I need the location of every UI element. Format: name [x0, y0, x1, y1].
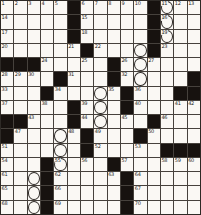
cell-r9c14[interactable]: [174, 115, 186, 128]
cell-r2c10[interactable]: [121, 15, 133, 28]
cell-r10c15[interactable]: [188, 129, 200, 142]
cell-r14c11[interactable]: 67: [134, 186, 146, 199]
cell-r1c4[interactable]: 4: [41, 1, 53, 14]
clue-number-35: 35: [108, 87, 114, 92]
cell-r10c9[interactable]: [108, 129, 120, 142]
cell-r1c2[interactable]: 2: [14, 1, 26, 14]
clue-number-36: 36: [135, 87, 141, 92]
cell-r2c11[interactable]: [134, 15, 146, 28]
cell-r12c7[interactable]: 56: [81, 158, 93, 171]
cell-r3c9[interactable]: [108, 30, 120, 43]
clue-number-7: 7: [95, 1, 98, 6]
clue-number-47: 47: [15, 129, 21, 134]
cell-r12c15[interactable]: 60: [188, 158, 200, 171]
cell-r8c13[interactable]: [161, 101, 173, 114]
clue-number-61: 61: [2, 172, 8, 177]
cell-r3c3[interactable]: [28, 30, 40, 43]
black-square-r3c6: [68, 30, 80, 43]
black-square-r9c2: [14, 115, 26, 128]
black-square-r12c9: [108, 158, 120, 171]
cell-r6c12[interactable]: [148, 72, 160, 85]
cell-r10c5[interactable]: [54, 129, 66, 142]
clue-number-22: 22: [95, 44, 101, 49]
cell-r2c13[interactable]: 16: [161, 15, 173, 28]
cell-r8c15[interactable]: 42: [188, 101, 200, 114]
clue-number-23: 23: [161, 44, 167, 49]
cell-r9c3[interactable]: 43: [28, 115, 40, 128]
clue-number-4: 4: [41, 1, 44, 6]
cell-r8c5[interactable]: [54, 101, 66, 114]
cell-r10c12[interactable]: 50: [148, 129, 160, 142]
cell-r10c13[interactable]: [161, 129, 173, 142]
black-square-r13c4: [41, 172, 53, 185]
clue-number-13: 13: [188, 1, 194, 6]
cell-r3c15[interactable]: [188, 30, 200, 43]
cell-r8c9[interactable]: [108, 101, 120, 114]
clue-number-2: 2: [15, 1, 18, 6]
clue-number-34: 34: [55, 87, 61, 92]
cell-r14c14[interactable]: [174, 186, 186, 199]
black-square-r15c4: [41, 201, 53, 214]
cell-r7c3[interactable]: [28, 87, 40, 100]
clue-number-18: 18: [81, 30, 87, 35]
clue-number-68: 68: [2, 201, 8, 206]
cell-r3c10[interactable]: [121, 30, 133, 43]
cell-r4c15[interactable]: [188, 44, 200, 57]
cell-r7c11[interactable]: 36: [134, 87, 146, 100]
black-square-r5c3: [28, 58, 40, 71]
cell-r7c7[interactable]: [81, 87, 93, 100]
cell-r11c3[interactable]: [28, 144, 40, 157]
cell-r13c12[interactable]: [148, 172, 160, 185]
cell-r2c2[interactable]: [14, 15, 26, 28]
cell-r1c5[interactable]: 5: [54, 1, 66, 14]
cell-r11c4[interactable]: [41, 144, 53, 157]
cell-r7c6[interactable]: [68, 87, 80, 100]
clue-number-14: 14: [2, 15, 8, 20]
cell-r5c15[interactable]: [188, 58, 200, 71]
clue-number-37: 37: [2, 101, 8, 106]
cell-r2c1[interactable]: 14: [1, 15, 13, 28]
clue-number-8: 8: [108, 1, 111, 6]
cell-r6c3[interactable]: 30: [28, 72, 40, 85]
cell-r2c5[interactable]: [54, 15, 66, 28]
circle-marker: [54, 144, 66, 157]
cell-r15c5[interactable]: 69: [54, 201, 66, 214]
clue-number-70: 70: [135, 201, 141, 206]
cell-r15c6[interactable]: [68, 201, 80, 214]
cell-r15c14[interactable]: [174, 201, 186, 214]
cell-r1c11[interactable]: 10: [134, 1, 146, 14]
cell-r14c8[interactable]: [94, 186, 106, 199]
cell-r14c12[interactable]: [148, 186, 160, 199]
circle-marker: [28, 201, 40, 214]
cell-r2c7[interactable]: 15: [81, 15, 93, 28]
clue-number-39: 39: [81, 101, 87, 106]
cell-r5c13[interactable]: [161, 58, 173, 71]
cell-r9c15[interactable]: [188, 115, 200, 128]
cell-r13c9[interactable]: 63: [108, 172, 120, 185]
cell-r8c11[interactable]: 40: [134, 101, 146, 114]
cell-r3c8[interactable]: [94, 30, 106, 43]
black-square-r7c4: [41, 87, 53, 100]
clue-number-15: 15: [81, 15, 87, 20]
cell-r9c8[interactable]: [94, 115, 106, 128]
cell-r5c7[interactable]: 25: [81, 58, 93, 71]
black-square-r14c4: [41, 186, 53, 199]
clue-number-55: 55: [55, 158, 61, 163]
cell-r12c3[interactable]: [28, 158, 40, 171]
cell-r2c3[interactable]: [28, 15, 40, 28]
cell-r2c14[interactable]: [174, 15, 186, 28]
cell-r7c13[interactable]: [161, 87, 173, 100]
black-square-r6c9: [108, 72, 120, 85]
black-square-r9c6: [68, 115, 80, 128]
cell-r14c1[interactable]: 65: [1, 186, 13, 199]
black-square-r2c6: [68, 15, 80, 28]
circle-marker: [94, 87, 106, 100]
clue-number-21: 21: [68, 44, 74, 49]
cell-r5c5[interactable]: [54, 58, 66, 71]
cell-r11c10[interactable]: [121, 144, 133, 157]
cell-r10c2[interactable]: 47: [14, 129, 26, 142]
clue-number-62: 62: [55, 172, 61, 177]
cell-r8c1[interactable]: 37: [1, 101, 13, 114]
cell-r5c8[interactable]: [94, 58, 106, 71]
cell-r9c5[interactable]: [54, 115, 66, 128]
black-square-r11c7: [81, 144, 93, 157]
crossword-board: 1234567891011121314151617181920212223242…: [0, 0, 201, 215]
clue-number-66: 66: [55, 186, 61, 191]
cell-r15c1[interactable]: 68: [1, 201, 13, 214]
cell-r4c1[interactable]: 20: [1, 44, 13, 57]
cell-r12c11[interactable]: [134, 158, 146, 171]
cell-r15c8[interactable]: [94, 201, 106, 214]
cell-r10c14[interactable]: [174, 129, 186, 142]
clue-number-64: 64: [135, 172, 141, 177]
cell-r13c14[interactable]: [174, 172, 186, 185]
cell-r4c9[interactable]: [108, 44, 120, 57]
clue-number-60: 60: [188, 158, 194, 163]
cell-r10c8[interactable]: 49: [94, 129, 106, 142]
black-square-r9c12: [148, 115, 160, 128]
cell-r11c9[interactable]: [108, 144, 120, 157]
cell-r15c13[interactable]: [161, 201, 173, 214]
cell-r3c11[interactable]: [134, 30, 146, 43]
cell-r12c5[interactable]: 55: [54, 158, 66, 171]
cell-r13c1[interactable]: 61: [1, 172, 13, 185]
cell-r12c14[interactable]: 59: [174, 158, 186, 171]
clue-number-27: 27: [148, 58, 154, 63]
circle-marker: [134, 44, 146, 57]
cell-r8c2[interactable]: [14, 101, 26, 114]
clue-number-29: 29: [15, 72, 21, 77]
cell-r12c8[interactable]: [94, 158, 106, 171]
cell-r14c2[interactable]: [14, 186, 26, 199]
black-square-r4c7: [81, 44, 93, 57]
cell-r5c4[interactable]: 24: [41, 58, 53, 71]
cell-r9c13[interactable]: 46: [161, 115, 173, 128]
clue-number-50: 50: [148, 129, 154, 134]
cell-r4c10[interactable]: [121, 44, 133, 57]
cell-r4c6[interactable]: 21: [68, 44, 80, 57]
clue-number-52: 52: [95, 144, 101, 149]
cell-r1c7[interactable]: 6: [81, 1, 93, 14]
cell-r5c14[interactable]: [174, 58, 186, 71]
clue-number-59: 59: [175, 158, 181, 163]
cell-r10c3[interactable]: [28, 129, 40, 142]
black-square-r10c1: [1, 129, 13, 142]
black-square-r12c4: [41, 158, 53, 171]
cell-r11c12[interactable]: [148, 144, 160, 157]
black-square-r7c14: [174, 87, 186, 100]
black-square-r7c15: [188, 87, 200, 100]
cell-r13c11[interactable]: 64: [134, 172, 146, 185]
cell-r5c6[interactable]: [68, 58, 80, 71]
clue-number-28: 28: [2, 72, 8, 77]
cell-r13c15[interactable]: [188, 172, 200, 185]
clue-number-10: 10: [135, 1, 141, 6]
cell-r15c7[interactable]: [81, 201, 93, 214]
clue-number-17: 17: [2, 30, 8, 35]
clue-number-46: 46: [161, 115, 167, 120]
cell-r14c3[interactable]: [28, 186, 40, 199]
cell-r11c11[interactable]: 53: [134, 144, 146, 157]
cell-r4c14[interactable]: [174, 44, 186, 57]
cell-r9c7[interactable]: 44: [81, 115, 93, 128]
cell-r15c15[interactable]: [188, 201, 200, 214]
black-square-r2c12: [148, 15, 160, 28]
circle-marker: [134, 72, 146, 85]
cell-r3c13[interactable]: 19: [161, 30, 173, 43]
cell-r4c3[interactable]: [28, 44, 40, 57]
cell-r6c6[interactable]: 31: [68, 72, 80, 85]
cell-r12c1[interactable]: 54: [1, 158, 13, 171]
clue-number-31: 31: [68, 72, 74, 77]
clue-number-5: 5: [55, 1, 58, 6]
cell-r8c3[interactable]: [28, 101, 40, 114]
cell-r7c12[interactable]: [148, 87, 160, 100]
cell-r9c4[interactable]: [41, 115, 53, 128]
cell-r14c7[interactable]: [81, 186, 93, 199]
cell-r8c7[interactable]: 39: [81, 101, 93, 114]
cell-r3c4[interactable]: [41, 30, 53, 43]
cell-r4c8[interactable]: 22: [94, 44, 106, 57]
cell-r1c9[interactable]: 8: [108, 1, 120, 14]
cell-r1c13[interactable]: 11: [161, 1, 173, 14]
cell-r1c10[interactable]: 9: [121, 1, 133, 14]
black-square-r4c12: [148, 44, 160, 57]
clue-number-32: 32: [121, 72, 127, 77]
cell-r7c9[interactable]: 35: [108, 87, 120, 100]
clue-number-65: 65: [2, 186, 8, 191]
cell-r10c10[interactable]: [121, 129, 133, 142]
cell-r13c2[interactable]: [14, 172, 26, 185]
cell-r15c2[interactable]: [14, 201, 26, 214]
cell-r6c2[interactable]: 29: [14, 72, 26, 85]
cell-r1c3[interactable]: 3: [28, 1, 40, 14]
black-square-r11c15: [188, 144, 200, 157]
cell-r5c11[interactable]: [134, 58, 146, 71]
cell-r14c13[interactable]: [161, 186, 173, 199]
clue-number-1: 1: [2, 1, 5, 6]
cell-r13c7[interactable]: [81, 172, 93, 185]
black-square-r5c2: [14, 58, 26, 71]
black-square-r14c10: [121, 186, 133, 199]
cell-r10c6[interactable]: 48: [68, 129, 80, 142]
cell-r14c15[interactable]: [188, 186, 200, 199]
cell-r6c7[interactable]: [81, 72, 93, 85]
clue-number-41: 41: [175, 101, 181, 106]
clue-number-16: 16: [161, 15, 167, 20]
clue-number-42: 42: [188, 101, 194, 106]
cell-r4c5[interactable]: [54, 44, 66, 57]
cell-r12c6[interactable]: [68, 158, 80, 171]
cell-r13c8[interactable]: [94, 172, 106, 185]
clue-number-11: 11: [161, 1, 167, 6]
clue-number-38: 38: [41, 101, 47, 106]
cell-r4c2[interactable]: [14, 44, 26, 57]
black-square-r13c10: [121, 172, 133, 185]
clue-number-54: 54: [2, 158, 8, 163]
cell-r9c11[interactable]: [134, 115, 146, 128]
black-square-r8c10: [121, 101, 133, 114]
cell-r7c1[interactable]: 33: [1, 87, 13, 100]
circle-marker: [134, 58, 146, 71]
cell-r6c14[interactable]: [174, 72, 186, 85]
black-square-r15c10: [121, 201, 133, 214]
cell-r7c5[interactable]: 34: [54, 87, 66, 100]
cell-r2c9[interactable]: [108, 15, 120, 28]
cell-r6c11[interactable]: [134, 72, 146, 85]
clue-number-6: 6: [81, 1, 84, 6]
cell-r14c6[interactable]: [68, 186, 80, 199]
clue-number-26: 26: [121, 58, 127, 63]
cell-r1c15[interactable]: 13: [188, 1, 200, 14]
cell-r6c4[interactable]: [41, 72, 53, 85]
cell-r6c8[interactable]: [94, 72, 106, 85]
cell-r12c2[interactable]: [14, 158, 26, 171]
cell-r4c11[interactable]: [134, 44, 146, 57]
cell-r4c4[interactable]: [41, 44, 53, 57]
clue-number-40: 40: [135, 101, 141, 106]
cell-r8c4[interactable]: 38: [41, 101, 53, 114]
cell-r5c12[interactable]: 27: [148, 58, 160, 71]
black-square-r9c1: [1, 115, 13, 128]
cell-r2c8[interactable]: [94, 15, 106, 28]
cell-r3c14[interactable]: [174, 30, 186, 43]
circle-marker: [94, 115, 106, 128]
cell-r3c7[interactable]: 18: [81, 30, 93, 43]
clue-number-53: 53: [135, 144, 141, 149]
cell-r12c12[interactable]: [148, 158, 160, 171]
cell-r6c13[interactable]: [161, 72, 173, 85]
clue-number-20: 20: [2, 44, 8, 49]
clue-number-12: 12: [175, 1, 181, 6]
clue-number-44: 44: [81, 115, 87, 120]
cell-r2c4[interactable]: [41, 15, 53, 28]
clue-number-58: 58: [161, 158, 167, 163]
black-square-r8c6: [68, 101, 80, 114]
cell-r7c8[interactable]: [94, 87, 106, 100]
black-square-r7c10: [121, 87, 133, 100]
cell-r11c2[interactable]: [14, 144, 26, 157]
black-square-r5c9: [108, 58, 120, 71]
cell-r14c5[interactable]: 66: [54, 186, 66, 199]
cell-r12c10[interactable]: 57: [121, 158, 133, 171]
clue-number-48: 48: [68, 129, 74, 134]
clue-number-9: 9: [121, 1, 124, 6]
cell-r13c6[interactable]: [68, 172, 80, 185]
clue-number-49: 49: [95, 129, 101, 134]
cell-r8c8[interactable]: [94, 101, 106, 114]
cell-r12c13[interactable]: 58: [161, 158, 173, 171]
clue-number-56: 56: [81, 158, 87, 163]
cell-r7c2[interactable]: [14, 87, 26, 100]
cell-r15c9[interactable]: [108, 201, 120, 214]
black-square-r1c6: [68, 1, 80, 14]
black-square-r11c13: [161, 144, 173, 157]
cell-r15c12[interactable]: [148, 201, 160, 214]
clue-number-63: 63: [108, 172, 114, 177]
cell-r1c14[interactable]: 12: [174, 1, 186, 14]
cell-r11c5[interactable]: [54, 144, 66, 157]
black-square-r3c12: [148, 30, 160, 43]
cell-r3c5[interactable]: [54, 30, 66, 43]
clue-number-19: 19: [161, 30, 167, 35]
clue-number-3: 3: [28, 1, 31, 6]
cell-r10c4[interactable]: [41, 129, 53, 142]
cell-r4c13[interactable]: 23: [161, 44, 173, 57]
cell-r15c11[interactable]: 70: [134, 201, 146, 214]
cell-r14c9[interactable]: [108, 186, 120, 199]
cell-r1c8[interactable]: 7: [94, 1, 106, 14]
clue-number-25: 25: [81, 58, 87, 63]
cell-r15c3[interactable]: [28, 201, 40, 214]
cell-r5c10[interactable]: 26: [121, 58, 133, 71]
black-square-r10c11: [134, 129, 146, 142]
cell-r11c6[interactable]: [68, 144, 80, 157]
cell-r13c13[interactable]: [161, 172, 173, 185]
cell-r11c8[interactable]: 52: [94, 144, 106, 157]
cell-r13c5[interactable]: 62: [54, 172, 66, 185]
cell-r8c12[interactable]: [148, 101, 160, 114]
cell-r2c15[interactable]: [188, 15, 200, 28]
cell-r8c14[interactable]: 41: [174, 101, 186, 114]
cell-r3c1[interactable]: 17: [1, 30, 13, 43]
cell-r6c1[interactable]: 28: [1, 72, 13, 85]
clue-number-43: 43: [28, 115, 34, 120]
clue-number-45: 45: [121, 115, 127, 120]
black-square-r1c12: [148, 1, 160, 14]
clue-number-69: 69: [55, 201, 61, 206]
black-square-r6c5: [54, 72, 66, 85]
cell-r9c9[interactable]: [108, 115, 120, 128]
cell-r9c10[interactable]: 45: [121, 115, 133, 128]
clue-number-67: 67: [135, 186, 141, 191]
black-square-r10c7: [81, 129, 93, 142]
circle-marker: [54, 129, 66, 142]
black-square-r5c1: [1, 58, 13, 71]
cell-r11c1[interactable]: 51: [1, 144, 13, 157]
circle-marker: [94, 101, 106, 114]
black-square-r6c15: [188, 72, 200, 85]
cell-r3c2[interactable]: [14, 30, 26, 43]
cell-r13c3[interactable]: [28, 172, 40, 185]
cell-r6c10[interactable]: 32: [121, 72, 133, 85]
cell-r1c1[interactable]: 1: [1, 1, 13, 14]
circle-marker: [28, 186, 40, 199]
